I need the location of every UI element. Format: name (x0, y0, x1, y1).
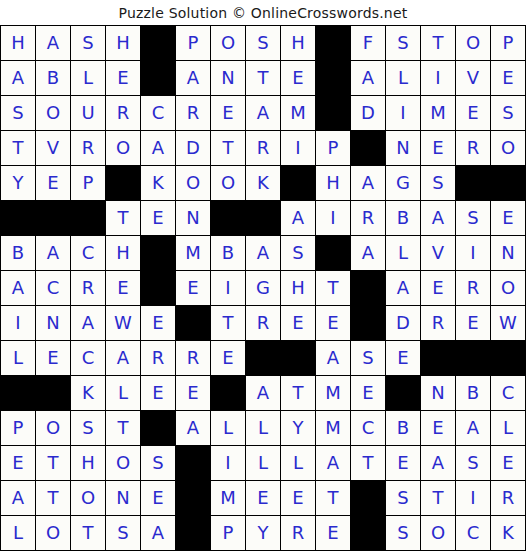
letter-cell-r2c1: A (1, 61, 35, 95)
black-cell-r15c6 (176, 516, 210, 550)
letter-cell-r8c13: E (421, 271, 455, 305)
letter-cell-r5c12: G (386, 166, 420, 200)
letter-cell-r12c2: O (36, 411, 70, 445)
letter-cell-r1c9: H (281, 26, 315, 60)
black-cell-r7c10 (316, 236, 350, 270)
letter-cell-r14c2: T (36, 481, 70, 515)
letter-cell-r8c1: A (1, 271, 35, 305)
letter-cell-r14c4: N (106, 481, 140, 515)
letter-cell-r4c5: A (141, 131, 175, 165)
letter-cell-r13c9: L (281, 446, 315, 480)
black-cell-r10c8 (246, 341, 280, 375)
letter-cell-r13c12: E (386, 446, 420, 480)
black-cell-r9c11 (351, 306, 385, 340)
letter-cell-r12c13: E (421, 411, 455, 445)
black-cell-r1c10 (316, 26, 350, 60)
letter-cell-r2c6: A (176, 61, 210, 95)
black-cell-r11c7 (211, 376, 245, 410)
letter-cell-r10c11: S (351, 341, 385, 375)
letter-cell-r3c15: S (491, 96, 525, 130)
letter-cell-r13c3: H (71, 446, 105, 480)
letter-cell-r6c14: S (456, 201, 490, 235)
letter-cell-r1c12: S (386, 26, 420, 60)
letter-cell-r8c3: R (71, 271, 105, 305)
letter-cell-r15c12: S (386, 516, 420, 550)
letter-cell-r10c12: E (386, 341, 420, 375)
letter-cell-r7c13: V (421, 236, 455, 270)
letter-cell-r7c2: A (36, 236, 70, 270)
letter-cell-r12c11: C (351, 411, 385, 445)
letter-cell-r12c3: S (71, 411, 105, 445)
letter-cell-r7c9: S (281, 236, 315, 270)
black-cell-r2c5 (141, 61, 175, 95)
letter-cell-r15c7: P (211, 516, 245, 550)
letter-cell-r4c2: V (36, 131, 70, 165)
black-cell-r3c10 (316, 96, 350, 130)
letter-cell-r12c4: T (106, 411, 140, 445)
crossword-grid: HASHPOSHFSTOPABLEANTEALIVESOURCREAMDIMES… (0, 25, 526, 551)
letter-cell-r15c15: K (491, 516, 525, 550)
letter-cell-r10c2: E (36, 341, 70, 375)
letter-cell-r12c6: A (176, 411, 210, 445)
letter-cell-r1c8: S (246, 26, 280, 60)
letter-cell-r1c3: S (71, 26, 105, 60)
black-cell-r6c1 (1, 201, 35, 235)
letter-cell-r12c12: B (386, 411, 420, 445)
letter-cell-r12c9: Y (281, 411, 315, 445)
letter-cell-r5c6: O (176, 166, 210, 200)
letter-cell-r1c7: O (211, 26, 245, 60)
letter-cell-r1c14: O (456, 26, 490, 60)
letter-cell-r3c13: M (421, 96, 455, 130)
letter-cell-r8c8: G (246, 271, 280, 305)
letter-cell-r8c15: O (491, 271, 525, 305)
letter-cell-r14c5: E (141, 481, 175, 515)
letter-cell-r13c10: A (316, 446, 350, 480)
letter-cell-r8c7: I (211, 271, 245, 305)
letter-cell-r14c9: E (281, 481, 315, 515)
black-cell-r2c10 (316, 61, 350, 95)
letter-cell-r7c6: M (176, 236, 210, 270)
letter-cell-r10c5: R (141, 341, 175, 375)
letter-cell-r2c8: T (246, 61, 280, 95)
letter-cell-r6c6: N (176, 201, 210, 235)
letter-cell-r5c5: K (141, 166, 175, 200)
letter-cell-r2c7: N (211, 61, 245, 95)
black-cell-r11c2 (36, 376, 70, 410)
letter-cell-r14c7: M (211, 481, 245, 515)
letter-cell-r10c1: L (1, 341, 35, 375)
letter-cell-r15c2: O (36, 516, 70, 550)
letter-cell-r5c8: K (246, 166, 280, 200)
letter-cell-r10c6: R (176, 341, 210, 375)
black-cell-r11c1 (1, 376, 35, 410)
letter-cell-r7c7: B (211, 236, 245, 270)
letter-cell-r11c6: E (176, 376, 210, 410)
black-cell-r5c4 (106, 166, 140, 200)
letter-cell-r15c14: C (456, 516, 490, 550)
black-cell-r15c11 (351, 516, 385, 550)
letter-cell-r9c2: N (36, 306, 70, 340)
black-cell-r7c5 (141, 236, 175, 270)
letter-cell-r15c4: S (106, 516, 140, 550)
letter-cell-r2c2: B (36, 61, 70, 95)
letter-cell-r4c14: R (456, 131, 490, 165)
letter-cell-r4c4: O (106, 131, 140, 165)
letter-cell-r9c3: A (71, 306, 105, 340)
letter-cell-r7c8: A (246, 236, 280, 270)
letter-cell-r11c5: E (141, 376, 175, 410)
letter-cell-r11c14: B (456, 376, 490, 410)
letter-cell-r6c5: E (141, 201, 175, 235)
letter-cell-r13c13: A (421, 446, 455, 480)
letter-cell-r3c3: U (71, 96, 105, 130)
letter-cell-r2c12: L (386, 61, 420, 95)
letter-cell-r11c15: C (491, 376, 525, 410)
letter-cell-r3c6: R (176, 96, 210, 130)
letter-cell-r5c11: A (351, 166, 385, 200)
letter-cell-r4c13: E (421, 131, 455, 165)
letter-cell-r7c15: N (491, 236, 525, 270)
letter-cell-r2c3: L (71, 61, 105, 95)
letter-cell-r12c8: L (246, 411, 280, 445)
letter-cell-r15c9: R (281, 516, 315, 550)
letter-cell-r10c4: A (106, 341, 140, 375)
letter-cell-r9c14: E (456, 306, 490, 340)
letter-cell-r8c14: R (456, 271, 490, 305)
black-cell-r10c9 (281, 341, 315, 375)
letter-cell-r9c8: R (246, 306, 280, 340)
letter-cell-r1c11: F (351, 26, 385, 60)
letter-cell-r8c4: E (106, 271, 140, 305)
letter-cell-r8c10: T (316, 271, 350, 305)
letter-cell-r13c8: L (246, 446, 280, 480)
letter-cell-r13c1: E (1, 446, 35, 480)
letter-cell-r2c4: E (106, 61, 140, 95)
letter-cell-r15c8: Y (246, 516, 280, 550)
letter-cell-r11c13: N (421, 376, 455, 410)
letter-cell-r15c13: O (421, 516, 455, 550)
letter-cell-r9c13: R (421, 306, 455, 340)
black-cell-r10c15 (491, 341, 525, 375)
letter-cell-r4c1: T (1, 131, 35, 165)
black-cell-r6c2 (36, 201, 70, 235)
letter-cell-r14c13: T (421, 481, 455, 515)
letter-cell-r12c10: M (316, 411, 350, 445)
letter-cell-r6c15: E (491, 201, 525, 235)
letter-cell-r5c1: Y (1, 166, 35, 200)
letter-cell-r4c8: R (246, 131, 280, 165)
black-cell-r4c11 (351, 131, 385, 165)
letter-cell-r8c9: H (281, 271, 315, 305)
letter-cell-r5c13: S (421, 166, 455, 200)
letter-cell-r6c11: R (351, 201, 385, 235)
black-cell-r11c12 (386, 376, 420, 410)
letter-cell-r14c14: I (456, 481, 490, 515)
letter-cell-r10c3: C (71, 341, 105, 375)
black-cell-r9c6 (176, 306, 210, 340)
letter-cell-r4c15: O (491, 131, 525, 165)
letter-cell-r7c4: H (106, 236, 140, 270)
black-cell-r5c15 (491, 166, 525, 200)
letter-cell-r3c1: S (1, 96, 35, 130)
letter-cell-r2c9: E (281, 61, 315, 95)
letter-cell-r13c2: T (36, 446, 70, 480)
letter-cell-r14c12: S (386, 481, 420, 515)
letter-cell-r9c9: E (281, 306, 315, 340)
letter-cell-r9c7: T (211, 306, 245, 340)
letter-cell-r7c3: C (71, 236, 105, 270)
letter-cell-r5c2: E (36, 166, 70, 200)
black-cell-r8c11 (351, 271, 385, 305)
letter-cell-r6c4: T (106, 201, 140, 235)
letter-cell-r14c1: A (1, 481, 35, 515)
black-cell-r10c13 (421, 341, 455, 375)
letter-cell-r5c3: P (71, 166, 105, 200)
letter-cell-r2c11: A (351, 61, 385, 95)
letter-cell-r9c5: E (141, 306, 175, 340)
letter-cell-r13c15: E (491, 446, 525, 480)
letter-cell-r3c14: E (456, 96, 490, 130)
letter-cell-r1c6: P (176, 26, 210, 60)
letter-cell-r5c7: O (211, 166, 245, 200)
letter-cell-r12c14: A (456, 411, 490, 445)
letter-cell-r14c3: O (71, 481, 105, 515)
black-cell-r6c3 (71, 201, 105, 235)
letter-cell-r1c13: T (421, 26, 455, 60)
letter-cell-r4c10: P (316, 131, 350, 165)
letter-cell-r10c10: A (316, 341, 350, 375)
letter-cell-r5c10: H (316, 166, 350, 200)
black-cell-r14c6 (176, 481, 210, 515)
letter-cell-r15c5: A (141, 516, 175, 550)
letter-cell-r12c15: L (491, 411, 525, 445)
puzzle-title: Puzzle Solution © OnlineCrosswords.net (0, 0, 526, 25)
letter-cell-r15c1: L (1, 516, 35, 550)
letter-cell-r6c13: A (421, 201, 455, 235)
letter-cell-r11c3: K (71, 376, 105, 410)
letter-cell-r14c10: T (316, 481, 350, 515)
letter-cell-r10c7: E (211, 341, 245, 375)
letter-cell-r6c10: I (316, 201, 350, 235)
letter-cell-r8c6: E (176, 271, 210, 305)
letter-cell-r11c4: L (106, 376, 140, 410)
letter-cell-r2c14: V (456, 61, 490, 95)
black-cell-r5c14 (456, 166, 490, 200)
letter-cell-r3c8: A (246, 96, 280, 130)
letter-cell-r2c15: E (491, 61, 525, 95)
letter-cell-r7c14: I (456, 236, 490, 270)
black-cell-r10c14 (456, 341, 490, 375)
letter-cell-r7c1: B (1, 236, 35, 270)
letter-cell-r13c11: T (351, 446, 385, 480)
letter-cell-r15c3: T (71, 516, 105, 550)
letter-cell-r6c9: A (281, 201, 315, 235)
letter-cell-r13c14: S (456, 446, 490, 480)
letter-cell-r9c15: W (491, 306, 525, 340)
letter-cell-r3c9: M (281, 96, 315, 130)
letter-cell-r2c13: I (421, 61, 455, 95)
letter-cell-r8c12: A (386, 271, 420, 305)
letter-cell-r4c9: I (281, 131, 315, 165)
letter-cell-r11c10: M (316, 376, 350, 410)
black-cell-r6c7 (211, 201, 245, 235)
letter-cell-r13c5: S (141, 446, 175, 480)
letter-cell-r13c4: O (106, 446, 140, 480)
black-cell-r6c8 (246, 201, 280, 235)
black-cell-r12c5 (141, 411, 175, 445)
black-cell-r5c9 (281, 166, 315, 200)
letter-cell-r3c4: R (106, 96, 140, 130)
letter-cell-r3c5: C (141, 96, 175, 130)
black-cell-r14c11 (351, 481, 385, 515)
letter-cell-r11c8: A (246, 376, 280, 410)
letter-cell-r15c10: E (316, 516, 350, 550)
letter-cell-r1c4: H (106, 26, 140, 60)
letter-cell-r4c6: D (176, 131, 210, 165)
letter-cell-r4c7: T (211, 131, 245, 165)
letter-cell-r1c2: A (36, 26, 70, 60)
letter-cell-r3c2: O (36, 96, 70, 130)
letter-cell-r3c7: E (211, 96, 245, 130)
letter-cell-r11c9: T (281, 376, 315, 410)
black-cell-r1c5 (141, 26, 175, 60)
letter-cell-r13c7: I (211, 446, 245, 480)
letter-cell-r1c15: P (491, 26, 525, 60)
letter-cell-r4c12: N (386, 131, 420, 165)
letter-cell-r7c12: L (386, 236, 420, 270)
black-cell-r8c5 (141, 271, 175, 305)
letter-cell-r6c12: B (386, 201, 420, 235)
letter-cell-r3c12: I (386, 96, 420, 130)
letter-cell-r14c15: R (491, 481, 525, 515)
letter-cell-r8c2: C (36, 271, 70, 305)
letter-cell-r7c11: A (351, 236, 385, 270)
letter-cell-r12c1: P (1, 411, 35, 445)
letter-cell-r14c8: E (246, 481, 280, 515)
letter-cell-r12c7: L (211, 411, 245, 445)
black-cell-r13c6 (176, 446, 210, 480)
letter-cell-r9c4: W (106, 306, 140, 340)
letter-cell-r11c11: E (351, 376, 385, 410)
letter-cell-r9c1: I (1, 306, 35, 340)
letter-cell-r4c3: R (71, 131, 105, 165)
letter-cell-r9c12: D (386, 306, 420, 340)
letter-cell-r1c1: H (1, 26, 35, 60)
letter-cell-r9c10: E (316, 306, 350, 340)
letter-cell-r3c11: D (351, 96, 385, 130)
